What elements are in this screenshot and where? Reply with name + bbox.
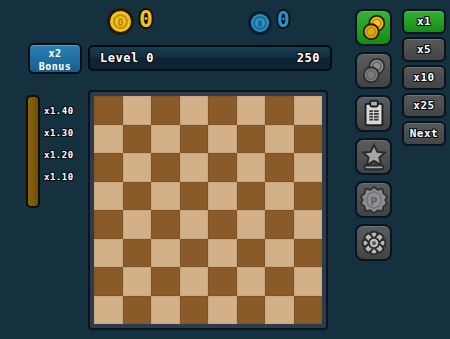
board-cell[interactable] <box>123 210 152 239</box>
board-cell[interactable] <box>123 296 152 325</box>
board-cell[interactable] <box>123 267 152 296</box>
board-cell[interactable] <box>123 125 152 154</box>
board-cell[interactable] <box>237 296 266 325</box>
board-cell[interactable] <box>94 125 123 154</box>
board-cell[interactable] <box>180 296 209 325</box>
medal-p-icon: P <box>359 185 389 215</box>
board-cell[interactable] <box>94 182 123 211</box>
sidebar-button-gray-coins-mode[interactable] <box>355 52 392 89</box>
board-cell[interactable] <box>94 267 123 296</box>
board-cell[interactable] <box>180 153 209 182</box>
sidebar-button-trophies[interactable] <box>355 138 392 175</box>
board-cell[interactable] <box>237 153 266 182</box>
bonus-button-line2: Bonus <box>30 60 80 73</box>
blue-coin-icon <box>248 11 272 35</box>
board-cell[interactable] <box>208 153 237 182</box>
board-cell[interactable] <box>294 182 323 211</box>
board-cell[interactable] <box>123 96 152 125</box>
board-cell[interactable] <box>265 296 294 325</box>
board-cell[interactable] <box>208 239 237 268</box>
gauge-multiplier-label: x1.40 <box>44 106 74 117</box>
board-cell[interactable] <box>265 125 294 154</box>
board-cell[interactable] <box>180 96 209 125</box>
board-cell[interactable] <box>94 96 123 125</box>
sidebar-button-settings[interactable] <box>355 224 392 261</box>
multiplier-gauge-bar <box>26 95 40 208</box>
clipboard-icon <box>359 99 389 129</box>
board-cell[interactable] <box>294 153 323 182</box>
board-cell[interactable] <box>294 296 323 325</box>
board-cell[interactable] <box>265 96 294 125</box>
board-cell[interactable] <box>294 239 323 268</box>
board-cell[interactable] <box>208 267 237 296</box>
board-cell[interactable] <box>294 267 323 296</box>
board-cell[interactable] <box>265 153 294 182</box>
sidebar-button-tasks[interactable] <box>355 95 392 132</box>
board-cell[interactable] <box>237 239 266 268</box>
board-cell[interactable] <box>208 182 237 211</box>
bet-button-next[interactable]: Next <box>402 121 446 146</box>
board-cell[interactable] <box>94 239 123 268</box>
board-cell[interactable] <box>180 125 209 154</box>
gauge-multiplier-label: x1.30 <box>44 128 74 139</box>
board-cell[interactable] <box>294 210 323 239</box>
board-cell[interactable] <box>151 296 180 325</box>
board-cell[interactable] <box>123 153 152 182</box>
blue-coin-count: 0 <box>277 8 290 32</box>
board-cell[interactable] <box>94 210 123 239</box>
gold-coin-count: 0 <box>139 6 153 32</box>
board-cell[interactable] <box>94 296 123 325</box>
board-cell[interactable] <box>237 210 266 239</box>
coins-icon <box>359 13 389 43</box>
board-cell[interactable] <box>123 182 152 211</box>
board-cell[interactable] <box>151 96 180 125</box>
bet-button-x1[interactable]: x1 <box>402 9 446 34</box>
gauge-multiplier-label: x1.20 <box>44 150 74 161</box>
board-cell[interactable] <box>123 239 152 268</box>
level-label: Level 0 <box>100 51 154 65</box>
board-cell[interactable] <box>237 96 266 125</box>
gear-icon <box>359 228 389 258</box>
bet-button-x25[interactable]: x25 <box>402 93 446 118</box>
board-cell[interactable] <box>151 210 180 239</box>
gauge-multiplier-label: x1.10 <box>44 172 74 183</box>
board-cell[interactable] <box>151 182 180 211</box>
board-cell[interactable] <box>294 96 323 125</box>
app-root: 0 0 x2 Bonus Level 0 250 x1.40x1.30x1.20… <box>0 0 450 339</box>
star-trophy-icon <box>359 142 389 172</box>
board-cell[interactable] <box>151 125 180 154</box>
level-progress-bar: Level 0 250 <box>88 45 332 71</box>
board-cell[interactable] <box>237 182 266 211</box>
board-cell[interactable] <box>265 210 294 239</box>
board-cell[interactable] <box>151 239 180 268</box>
coins-icon <box>359 56 389 86</box>
board-cell[interactable] <box>180 210 209 239</box>
board-frame <box>88 90 328 330</box>
board-cell[interactable] <box>265 267 294 296</box>
board-cell[interactable] <box>265 182 294 211</box>
bonus-button-line1: x2 <box>30 47 80 60</box>
board-cell[interactable] <box>237 267 266 296</box>
gold-coin-icon <box>107 8 134 35</box>
board-cell[interactable] <box>151 153 180 182</box>
board-cell[interactable] <box>180 239 209 268</box>
sidebar-button-prestige[interactable]: P <box>355 181 392 218</box>
board-cell[interactable] <box>94 153 123 182</box>
board-cell[interactable] <box>237 125 266 154</box>
board-cell[interactable] <box>208 210 237 239</box>
level-xp-value: 250 <box>297 51 320 65</box>
bet-button-x5[interactable]: x5 <box>402 37 446 62</box>
board-cell[interactable] <box>265 239 294 268</box>
board-cell[interactable] <box>294 125 323 154</box>
board-cell[interactable] <box>208 96 237 125</box>
svg-text:P: P <box>370 194 377 207</box>
board-cell[interactable] <box>208 296 237 325</box>
board-cell[interactable] <box>180 267 209 296</box>
bet-button-x10[interactable]: x10 <box>402 65 446 90</box>
board-cell[interactable] <box>208 125 237 154</box>
board-cell[interactable] <box>180 182 209 211</box>
board-cell[interactable] <box>151 267 180 296</box>
bonus-button[interactable]: x2 Bonus <box>28 43 82 74</box>
checkers-board[interactable] <box>94 96 322 324</box>
sidebar-button-gold-coins-mode[interactable] <box>355 9 392 46</box>
